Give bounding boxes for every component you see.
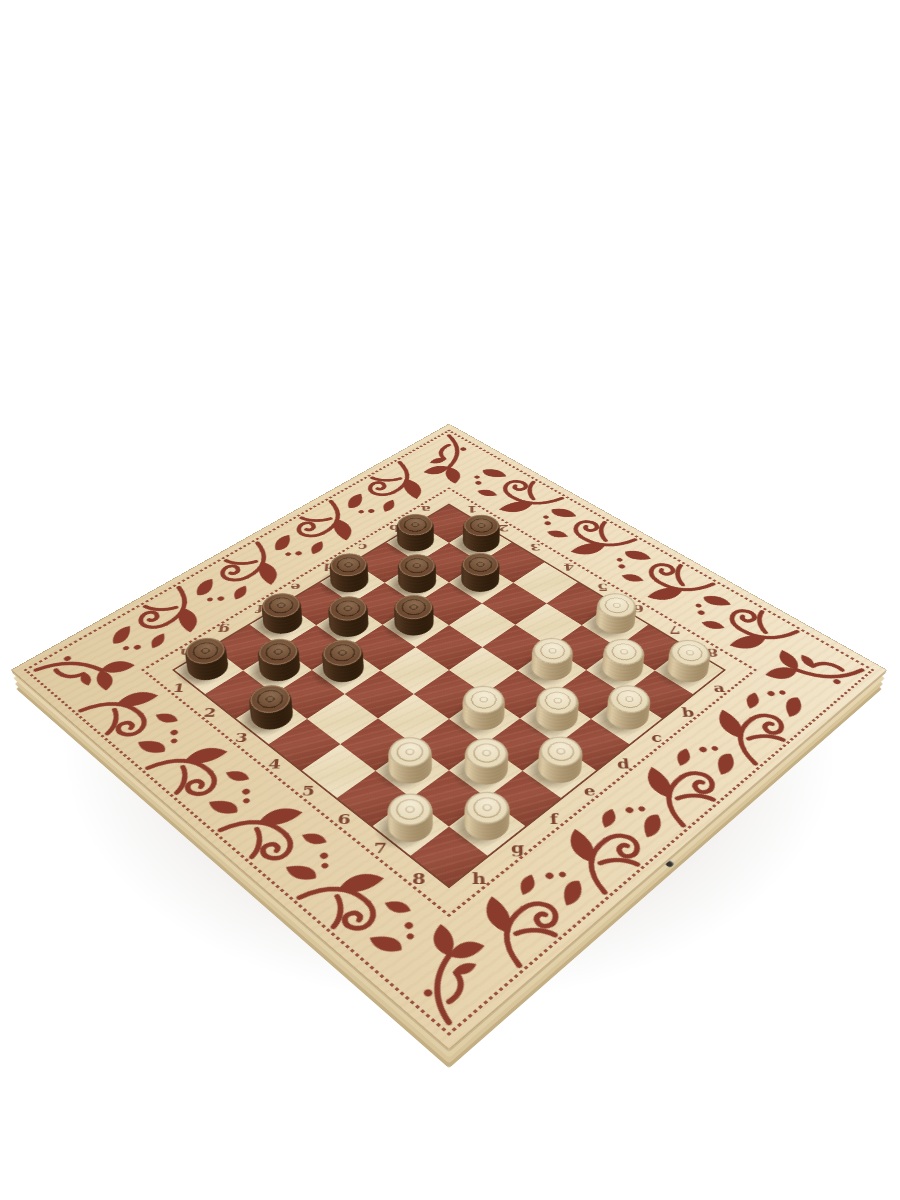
label-nw-c: c bbox=[357, 542, 367, 552]
label-ne-3: 3 bbox=[530, 542, 541, 552]
label-nw-a: a bbox=[421, 505, 431, 514]
board-top-panel: 12345678abcdefgh12345678abcdefgh bbox=[11, 424, 888, 1051]
scene: 12345678abcdefgh12345678abcdefgh bbox=[139, 360, 759, 980]
label-sw-8: 8 bbox=[412, 871, 426, 886]
checkers-board: 12345678abcdefgh12345678abcdefgh bbox=[11, 424, 888, 1051]
